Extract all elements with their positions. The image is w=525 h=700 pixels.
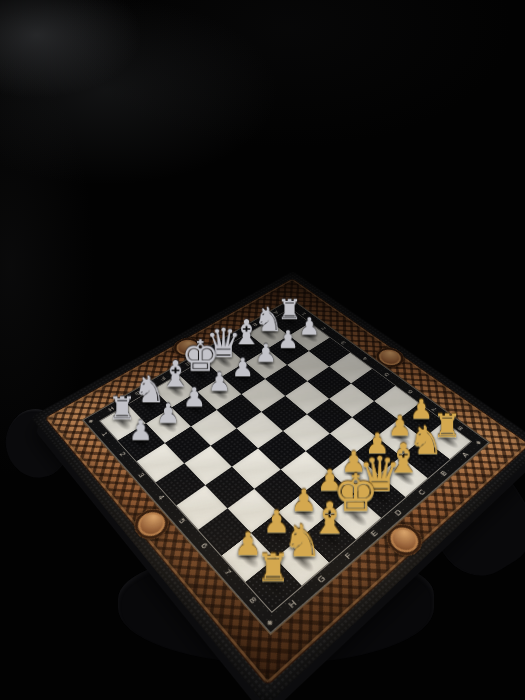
gold-rook-piece: ♜ [256, 548, 290, 586]
board-3d-scene: 12345678 12345678 ABCDEFGH ABCDEFGH ◆ ◆ … [0, 0, 525, 700]
silver-pawn-piece: ♟ [208, 369, 231, 395]
silver-pawn-piece: ♟ [156, 400, 180, 427]
silver-pawn-piece: ♟ [255, 341, 277, 366]
silver-pawn-piece: ♟ [232, 355, 255, 380]
silver-pawn-piece: ♟ [183, 384, 206, 410]
silver-pawn-piece: ♟ [129, 416, 154, 443]
silver-pawn-piece: ♟ [277, 327, 299, 351]
scene: 12345678 12345678 ABCDEFGH ABCDEFGH ◆ ◆ … [0, 0, 525, 700]
chess-board: 12345678 12345678 ABCDEFGH ABCDEFGH ◆ ◆ … [31, 271, 525, 700]
